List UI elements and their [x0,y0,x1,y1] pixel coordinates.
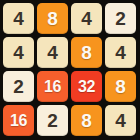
tile-r3c3: 32 [71,71,102,102]
tile-r1c4: 2 [105,3,136,34]
tile-value: 4 [115,111,126,130]
tile-r4c2: 2 [37,105,68,136]
tile-r2c3: 8 [71,37,102,68]
tile-r1c1: 4 [3,3,34,34]
tile-value: 16 [10,113,27,129]
tile-r2c2: 4 [37,37,68,68]
tile-value: 2 [47,111,58,130]
tile-value: 8 [47,9,58,28]
tile-r4c1: 16 [3,105,34,136]
tile-value: 8 [81,111,92,130]
tile-r4c3: 8 [71,105,102,136]
tile-r3c2: 16 [37,71,68,102]
tile-value: 4 [47,43,58,62]
tile-value: 4 [81,9,92,28]
tile-value: 32 [78,79,95,95]
tile-r3c4: 8 [105,71,136,102]
tile-r2c4: 4 [105,37,136,68]
tile-value: 4 [13,43,24,62]
tile-r2c1: 4 [3,37,34,68]
game-board-2048[interactable]: 4842448421632816284 [0,0,140,140]
tile-value: 16 [44,79,61,95]
tile-value: 8 [81,43,92,62]
tile-value: 2 [115,9,126,28]
tile-r1c2: 8 [37,3,68,34]
tile-r1c3: 4 [71,3,102,34]
tile-value: 8 [115,77,126,96]
tile-value: 2 [13,77,24,96]
tile-r4c4: 4 [105,105,136,136]
tile-value: 4 [13,9,24,28]
tile-r3c1: 2 [3,71,34,102]
tile-value: 4 [115,43,126,62]
